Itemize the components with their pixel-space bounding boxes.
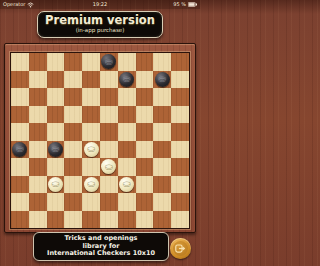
board-square[interactable]	[82, 88, 100, 106]
board-square[interactable]	[136, 71, 154, 89]
battery-icon	[188, 2, 197, 7]
board-square[interactable]	[29, 176, 47, 194]
board-square[interactable]	[64, 211, 82, 229]
board-square[interactable]	[29, 123, 47, 141]
wifi-icon	[27, 2, 34, 8]
board-square[interactable]	[136, 158, 154, 176]
board-square[interactable]	[118, 193, 136, 211]
board-square[interactable]	[82, 53, 100, 71]
board-square[interactable]	[136, 123, 154, 141]
board-square[interactable]	[29, 53, 47, 71]
board-square[interactable]	[29, 158, 47, 176]
board-square[interactable]	[64, 123, 82, 141]
board-square[interactable]	[47, 211, 65, 229]
board-frame: ⛂⛂⛂⛂⛂⛀⛀⛀⛀⛀	[4, 43, 196, 233]
board-square[interactable]	[29, 193, 47, 211]
board-square[interactable]	[171, 53, 189, 71]
battery-percent-label: 95 %	[173, 0, 186, 9]
board-square[interactable]: ⛀	[100, 158, 118, 176]
carrier-area: Operator	[3, 0, 34, 9]
board-square[interactable]	[11, 123, 29, 141]
checker-white[interactable]: ⛀	[119, 177, 134, 192]
checker-black[interactable]: ⛂	[119, 72, 134, 87]
library-info-line3: International Checkers 10x10	[34, 250, 168, 258]
board-square[interactable]	[64, 53, 82, 71]
checker-black[interactable]: ⛂	[155, 72, 170, 87]
board-square[interactable]	[153, 141, 171, 159]
board-square[interactable]	[100, 123, 118, 141]
board-square[interactable]: ⛂	[100, 53, 118, 71]
board-square[interactable]: ⛀	[118, 176, 136, 194]
board-square[interactable]	[118, 158, 136, 176]
board-square[interactable]	[153, 211, 171, 229]
board-square[interactable]	[11, 106, 29, 124]
board-square[interactable]	[47, 123, 65, 141]
board-square[interactable]	[136, 193, 154, 211]
exit-arrow-icon	[173, 241, 188, 256]
board-square[interactable]	[47, 106, 65, 124]
board-square[interactable]	[47, 88, 65, 106]
board-square[interactable]	[136, 211, 154, 229]
board-square[interactable]	[153, 158, 171, 176]
checker-black[interactable]: ⛂	[12, 142, 27, 157]
board-square[interactable]	[29, 141, 47, 159]
board-square[interactable]	[29, 211, 47, 229]
board-square[interactable]	[64, 71, 82, 89]
board-square[interactable]	[11, 193, 29, 211]
board-square[interactable]	[11, 53, 29, 71]
board-square[interactable]	[153, 176, 171, 194]
board-square[interactable]	[11, 211, 29, 229]
board-square[interactable]	[136, 176, 154, 194]
board-square[interactable]	[100, 193, 118, 211]
board-square[interactable]	[11, 158, 29, 176]
board-square[interactable]	[29, 106, 47, 124]
board-square[interactable]: ⛂	[47, 141, 65, 159]
board-square[interactable]	[153, 123, 171, 141]
board-square[interactable]	[171, 71, 189, 89]
board-square[interactable]	[82, 158, 100, 176]
board-square[interactable]	[100, 88, 118, 106]
board-square[interactable]	[100, 211, 118, 229]
board-square[interactable]	[47, 53, 65, 71]
clock-label: 19:22	[93, 0, 107, 9]
board-square[interactable]	[64, 141, 82, 159]
premium-banner-subtitle: (in-app purchase)	[38, 27, 162, 34]
board-square[interactable]	[47, 158, 65, 176]
board-square[interactable]	[100, 141, 118, 159]
board-square[interactable]: ⛂	[153, 71, 171, 89]
checker-black[interactable]: ⛂	[101, 54, 116, 69]
premium-banner-title: Premium version	[38, 14, 162, 27]
board-square[interactable]	[118, 53, 136, 71]
board-square[interactable]	[47, 193, 65, 211]
board-square[interactable]	[171, 158, 189, 176]
checker-white[interactable]: ⛀	[101, 159, 116, 174]
board-square[interactable]	[153, 106, 171, 124]
board-square[interactable]	[171, 176, 189, 194]
board-square[interactable]	[136, 53, 154, 71]
board-square[interactable]	[136, 88, 154, 106]
board-square[interactable]	[171, 106, 189, 124]
board-square[interactable]: ⛀	[47, 176, 65, 194]
board-square[interactable]	[64, 106, 82, 124]
board-square[interactable]	[11, 88, 29, 106]
board-square[interactable]	[100, 71, 118, 89]
board-square[interactable]	[100, 106, 118, 124]
board-square[interactable]	[153, 53, 171, 71]
board-square[interactable]	[153, 88, 171, 106]
board-square[interactable]	[11, 176, 29, 194]
library-info-banner[interactable]: Tricks and openings library for Internat…	[33, 232, 169, 261]
board-square[interactable]	[118, 141, 136, 159]
checker-white[interactable]: ⛀	[48, 177, 63, 192]
board-square[interactable]	[100, 176, 118, 194]
board-square[interactable]	[64, 88, 82, 106]
board-square[interactable]	[118, 106, 136, 124]
board-square[interactable]: ⛀	[82, 176, 100, 194]
board-square[interactable]	[64, 176, 82, 194]
premium-banner-button[interactable]: Premium version (in-app purchase)	[37, 11, 163, 38]
board-square[interactable]	[64, 158, 82, 176]
board-square[interactable]	[171, 88, 189, 106]
board-square[interactable]	[118, 123, 136, 141]
board-square[interactable]	[136, 141, 154, 159]
board-square[interactable]: ⛂	[118, 71, 136, 89]
board-square[interactable]: ⛂	[11, 141, 29, 159]
open-library-button[interactable]	[170, 238, 191, 259]
board-square[interactable]	[118, 211, 136, 229]
board-square[interactable]	[82, 123, 100, 141]
board-square[interactable]	[171, 211, 189, 229]
board-square[interactable]	[153, 193, 171, 211]
checker-white[interactable]: ⛀	[84, 177, 99, 192]
board-square[interactable]	[29, 71, 47, 89]
board-square[interactable]	[171, 141, 189, 159]
status-bar: Operator 19:22 95 %	[0, 0, 200, 9]
carrier-label: Operator	[3, 0, 25, 9]
board-square[interactable]: ⛀	[82, 141, 100, 159]
board-square[interactable]	[171, 123, 189, 141]
board-square[interactable]	[47, 71, 65, 89]
battery-area: 95 %	[173, 0, 197, 9]
board-square[interactable]	[171, 193, 189, 211]
board-square[interactable]	[82, 193, 100, 211]
board-square[interactable]	[136, 106, 154, 124]
board-square[interactable]	[11, 71, 29, 89]
checker-black[interactable]: ⛂	[48, 142, 63, 157]
board-square[interactable]	[29, 88, 47, 106]
board-square[interactable]	[118, 88, 136, 106]
board-square[interactable]	[82, 106, 100, 124]
board-square[interactable]	[64, 193, 82, 211]
board-square[interactable]	[82, 211, 100, 229]
board-square[interactable]	[82, 71, 100, 89]
board-grid: ⛂⛂⛂⛂⛂⛀⛀⛀⛀⛀	[11, 53, 189, 228]
checker-white[interactable]: ⛀	[84, 142, 99, 157]
